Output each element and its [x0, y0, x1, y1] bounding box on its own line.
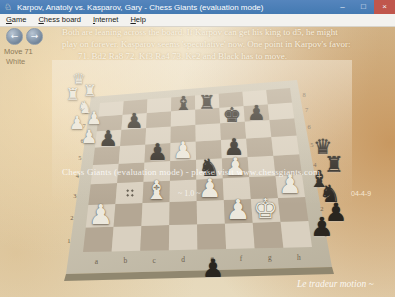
move-number-label: Move 71: [4, 47, 33, 56]
window-title: Karpov, Anatoly vs. Kasparov, Gary - Che…: [17, 3, 332, 12]
piece-white-bishop[interactable]: ♝: [145, 178, 168, 204]
file-label-g: g: [268, 253, 272, 262]
rank-label-left-2: 2: [70, 213, 73, 220]
piece-black-rook[interactable]: ♜: [198, 92, 215, 112]
rank-label-right-8: 8: [303, 91, 306, 98]
nav-buttons: ← →: [6, 28, 43, 45]
photo-script-text: Le tradeur motion ~: [297, 279, 374, 289]
file-label-f: f: [240, 253, 243, 262]
rank-label-right-7: 7: [305, 106, 308, 113]
piece-black-pawn[interactable]: ♟: [125, 111, 143, 132]
close-button[interactable]: ×: [374, 0, 395, 14]
commentary-line-3: 71. Bd2 Ra8 72. Kf3 Ra4 73. Ke2 and Blac…: [78, 51, 287, 61]
captured-black-pawn: ♟: [310, 214, 333, 240]
menu-bar: Game Chess board Internet Help: [0, 14, 395, 27]
title-bar[interactable]: ♘ Karpov, Anatoly vs. Kasparov, Gary - C…: [0, 0, 395, 14]
piece-white-pawn[interactable]: ♟: [89, 201, 114, 228]
file-label-b: b: [123, 256, 127, 265]
app-window: ♘ Karpov, Anatoly vs. Kasparov, Gary - C…: [0, 0, 395, 297]
piece-white-pawn[interactable]: ♟: [226, 196, 251, 223]
menu-game[interactable]: Game: [0, 14, 32, 26]
rank-label-left-1: 1: [67, 237, 70, 244]
file-label-h: h: [297, 252, 301, 261]
menu-chess-board[interactable]: Chess board: [32, 14, 87, 26]
back-button[interactable]: ←: [6, 28, 23, 45]
file-label-a: a: [95, 256, 98, 265]
maximize-button[interactable]: □: [353, 0, 374, 14]
captured-black-pawn: ♟: [202, 256, 224, 281]
rank-label-right-6: 6: [307, 122, 310, 129]
menu-help[interactable]: Help: [124, 14, 151, 26]
commentary-line-1: Both are leaning across the board. If Ka…: [62, 27, 338, 37]
hint-marker-b3: [125, 189, 134, 198]
evaluation-watermark-2: ~ 1.0 ~: [178, 189, 201, 198]
captured-white-pawn: ♟: [81, 128, 98, 147]
menu-internet[interactable]: Internet: [87, 14, 124, 26]
rank-label-left-5: 5: [78, 154, 81, 161]
forward-button[interactable]: →: [26, 28, 43, 45]
rank-label-left-3: 3: [73, 192, 76, 199]
piece-white-king[interactable]: ♚: [253, 195, 278, 222]
piece-black-pawn[interactable]: ♟: [99, 128, 118, 150]
piece-white-pawn[interactable]: ♟: [173, 139, 194, 162]
file-label-d: d: [181, 255, 185, 264]
side-to-move-label: White: [6, 57, 25, 66]
piece-black-bishop[interactable]: ♝: [174, 94, 191, 114]
captured-white-pawn: ♟: [86, 110, 102, 127]
app-icon: ♘: [4, 2, 14, 12]
piece-black-pawn[interactable]: ♟: [147, 141, 168, 164]
file-label-c: c: [153, 255, 156, 264]
piece-black-pawn[interactable]: ♟: [247, 103, 265, 124]
commentary-line-2: play on forever. Kasparov seems 'specula…: [62, 39, 350, 49]
piece-white-pawn[interactable]: ♟: [198, 176, 221, 202]
piece-black-king[interactable]: ♚: [223, 104, 241, 125]
minimize-button[interactable]: –: [332, 0, 353, 14]
photo-timestamp: 04-4-9: [351, 190, 371, 197]
evaluation-watermark: Chess Giants (evaluation mode) - please …: [62, 167, 320, 177]
